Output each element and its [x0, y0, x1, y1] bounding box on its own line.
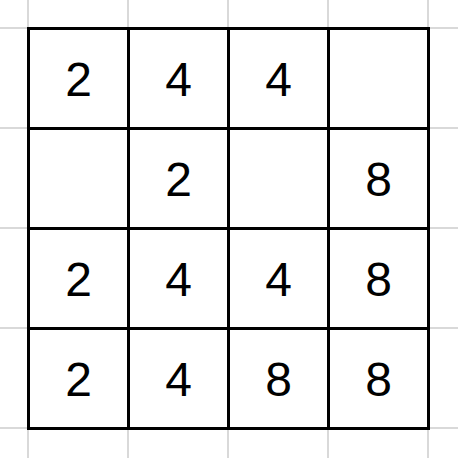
tile-value: 4 [265, 253, 292, 304]
cell-r2c1 [30, 130, 130, 230]
tile-value: 2 [165, 153, 192, 204]
tile-value: 8 [365, 353, 392, 404]
screenshot-canvas: 2 4 4 2 8 2 4 4 [0, 0, 458, 458]
cell-r1c4 [330, 30, 427, 130]
tile-value: 2 [65, 53, 92, 104]
cell-r1c2: 4 [130, 30, 230, 130]
cell-r3c4: 8 [330, 230, 427, 330]
cell-r2c4: 8 [330, 130, 427, 230]
cell-r1c3: 4 [230, 30, 330, 130]
tile-value: 4 [165, 353, 192, 404]
cell-r4c1: 2 [30, 330, 130, 427]
tile-value: 8 [365, 153, 392, 204]
tile-value: 8 [265, 353, 292, 404]
tile-value: 2 [65, 253, 92, 304]
cell-r3c2: 4 [130, 230, 230, 330]
cell-r2c3 [230, 130, 330, 230]
tile-value: 4 [265, 53, 292, 104]
cell-r4c4: 8 [330, 330, 427, 427]
tile-value: 8 [365, 253, 392, 304]
cell-r3c3: 4 [230, 230, 330, 330]
cell-r1c1: 2 [30, 30, 130, 130]
tile-value: 2 [65, 353, 92, 404]
cell-r3c1: 2 [30, 230, 130, 330]
tile-value: 4 [165, 253, 192, 304]
board-grid: 2 4 4 2 8 2 4 4 [27, 27, 430, 430]
cell-r4c3: 8 [230, 330, 330, 427]
cell-r2c2: 2 [130, 130, 230, 230]
cell-r4c2: 4 [130, 330, 230, 427]
tile-value: 4 [165, 53, 192, 104]
